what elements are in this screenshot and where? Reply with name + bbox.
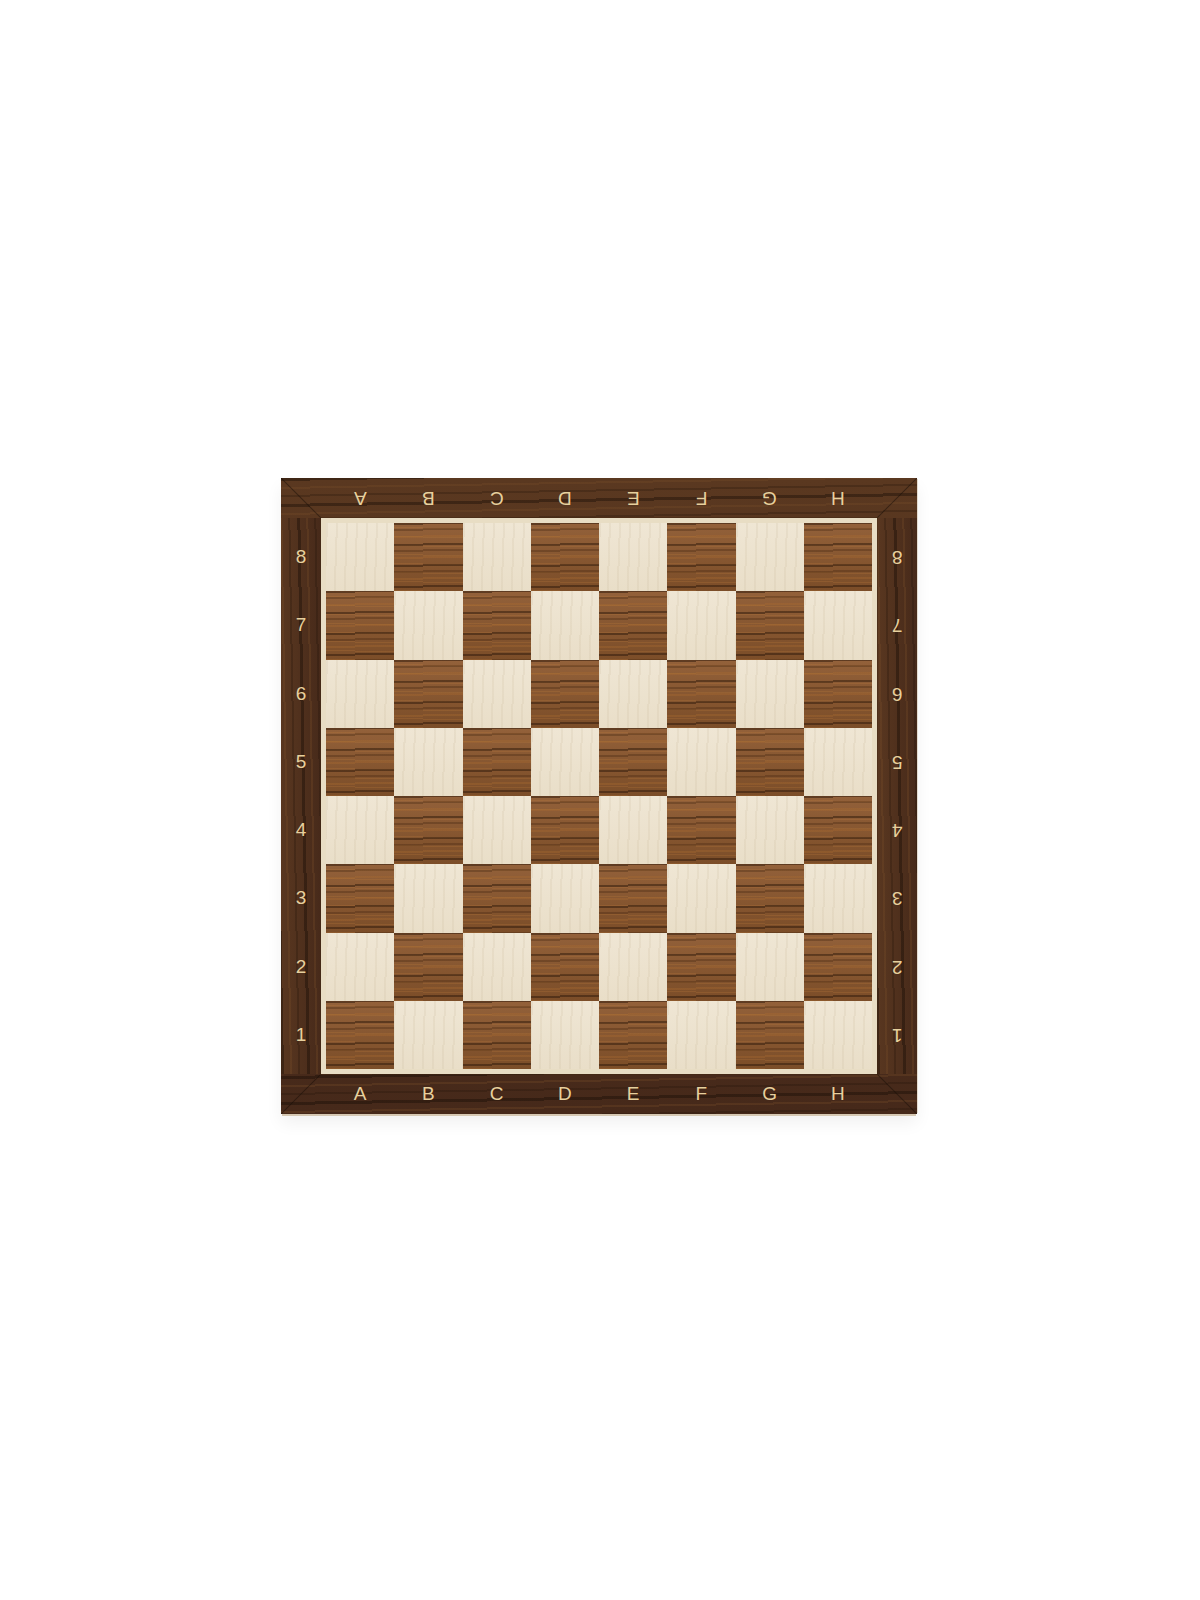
square-d7[interactable] <box>531 591 599 659</box>
frame-mitre-bottom-left <box>281 1072 323 1114</box>
square-g5[interactable] <box>736 728 804 796</box>
file-label-top-b-cell: B <box>394 478 462 518</box>
rank-label-right-5-cell: 5 <box>877 728 917 796</box>
square-c5[interactable] <box>463 728 531 796</box>
rank-label-right-3: 3 <box>892 887 903 909</box>
file-label-bottom-c-cell: C <box>463 1074 531 1114</box>
square-f2[interactable] <box>667 933 735 1001</box>
square-g8[interactable] <box>736 523 804 591</box>
square-h2[interactable] <box>804 933 872 1001</box>
square-g6[interactable] <box>736 660 804 728</box>
square-a1[interactable] <box>326 1001 394 1069</box>
square-a2[interactable] <box>326 933 394 1001</box>
file-label-top-g: G <box>762 487 777 509</box>
square-e1[interactable] <box>599 1001 667 1069</box>
square-a8[interactable] <box>326 523 394 591</box>
file-label-top-c: C <box>490 487 504 509</box>
square-b2[interactable] <box>394 933 462 1001</box>
square-f4[interactable] <box>667 796 735 864</box>
rank-label-right-2: 2 <box>892 956 903 978</box>
file-label-top-a: A <box>354 487 367 509</box>
file-label-top-h-cell: H <box>804 478 872 518</box>
square-d5[interactable] <box>531 728 599 796</box>
file-label-bottom-a: A <box>354 1083 367 1105</box>
rank-label-left-1-cell: 1 <box>281 1001 321 1069</box>
rank-label-left-5: 5 <box>296 751 307 773</box>
square-e7[interactable] <box>599 591 667 659</box>
rank-label-left-6-cell: 6 <box>281 660 321 728</box>
file-label-top-h: H <box>831 487 845 509</box>
rank-label-left-5-cell: 5 <box>281 728 321 796</box>
rank-label-right-8-cell: 8 <box>877 523 917 591</box>
square-e5[interactable] <box>599 728 667 796</box>
file-label-bottom-d-cell: D <box>531 1074 599 1114</box>
rank-labels-right: 87654321 <box>877 523 917 1069</box>
square-g4[interactable] <box>736 796 804 864</box>
file-label-bottom-c: C <box>490 1083 504 1105</box>
square-d4[interactable] <box>531 796 599 864</box>
rank-label-right-4: 4 <box>892 819 903 841</box>
square-e2[interactable] <box>599 933 667 1001</box>
square-f6[interactable] <box>667 660 735 728</box>
square-a5[interactable] <box>326 728 394 796</box>
rank-label-left-8-cell: 8 <box>281 523 321 591</box>
rank-label-right-8: 8 <box>892 546 903 568</box>
square-b4[interactable] <box>394 796 462 864</box>
square-b3[interactable] <box>394 864 462 932</box>
square-a4[interactable] <box>326 796 394 864</box>
square-c3[interactable] <box>463 864 531 932</box>
square-e8[interactable] <box>599 523 667 591</box>
file-label-bottom-d: D <box>558 1083 572 1105</box>
rank-label-right-7-cell: 7 <box>877 591 917 659</box>
file-label-bottom-h: H <box>831 1083 845 1105</box>
rank-label-right-6: 6 <box>892 683 903 705</box>
file-label-bottom-b-cell: B <box>394 1074 462 1114</box>
file-label-top-d-cell: D <box>531 478 599 518</box>
file-label-bottom-b: B <box>422 1083 435 1105</box>
square-c1[interactable] <box>463 1001 531 1069</box>
square-h7[interactable] <box>804 591 872 659</box>
square-c6[interactable] <box>463 660 531 728</box>
rank-label-left-6: 6 <box>296 683 307 705</box>
square-h4[interactable] <box>804 796 872 864</box>
file-label-bottom-f-cell: F <box>667 1074 735 1114</box>
file-label-top-e-cell: E <box>599 478 667 518</box>
file-label-bottom-e-cell: E <box>599 1074 667 1114</box>
file-label-bottom-g-cell: G <box>736 1074 804 1114</box>
square-b5[interactable] <box>394 728 462 796</box>
square-g2[interactable] <box>736 933 804 1001</box>
square-f5[interactable] <box>667 728 735 796</box>
chess-board: ABCDEFGH ABCDEFGH 87654321 87654321 <box>281 478 917 1114</box>
file-label-bottom-g: G <box>762 1083 777 1105</box>
file-label-bottom-h-cell: H <box>804 1074 872 1114</box>
square-h8[interactable] <box>804 523 872 591</box>
square-f3[interactable] <box>667 864 735 932</box>
square-g1[interactable] <box>736 1001 804 1069</box>
rank-label-left-7-cell: 7 <box>281 591 321 659</box>
rank-label-right-4-cell: 4 <box>877 796 917 864</box>
rank-label-right-5: 5 <box>892 751 903 773</box>
square-d1[interactable] <box>531 1001 599 1069</box>
playing-area <box>321 518 877 1074</box>
square-c4[interactable] <box>463 796 531 864</box>
rank-label-right-6-cell: 6 <box>877 660 917 728</box>
square-h3[interactable] <box>804 864 872 932</box>
file-label-bottom-f: F <box>696 1083 708 1105</box>
square-g7[interactable] <box>736 591 804 659</box>
square-f7[interactable] <box>667 591 735 659</box>
square-a6[interactable] <box>326 660 394 728</box>
frame-mitre-top-right <box>875 478 917 520</box>
file-label-top-f-cell: F <box>667 478 735 518</box>
square-d6[interactable] <box>531 660 599 728</box>
file-label-top-a-cell: A <box>326 478 394 518</box>
frame-mitre-top-left <box>281 478 323 520</box>
square-e4[interactable] <box>599 796 667 864</box>
square-h5[interactable] <box>804 728 872 796</box>
rank-label-left-3-cell: 3 <box>281 864 321 932</box>
file-labels-bottom: ABCDEFGH <box>326 1074 872 1114</box>
rank-label-left-2: 2 <box>296 956 307 978</box>
file-label-bottom-e: E <box>627 1083 640 1105</box>
file-label-top-c-cell: C <box>463 478 531 518</box>
file-label-top-b: B <box>422 487 435 509</box>
square-b8[interactable] <box>394 523 462 591</box>
file-label-top-g-cell: G <box>736 478 804 518</box>
square-g3[interactable] <box>736 864 804 932</box>
rank-label-left-2-cell: 2 <box>281 933 321 1001</box>
square-f1[interactable] <box>667 1001 735 1069</box>
rank-label-right-2-cell: 2 <box>877 933 917 1001</box>
square-c2[interactable] <box>463 933 531 1001</box>
rank-label-left-3: 3 <box>296 887 307 909</box>
rank-labels-left: 87654321 <box>281 523 321 1069</box>
file-label-top-d: D <box>558 487 572 509</box>
file-label-top-e: E <box>627 487 640 509</box>
square-b1[interactable] <box>394 1001 462 1069</box>
square-d8[interactable] <box>531 523 599 591</box>
rank-label-right-3-cell: 3 <box>877 864 917 932</box>
rank-label-left-4: 4 <box>296 819 307 841</box>
square-c8[interactable] <box>463 523 531 591</box>
rank-label-left-8: 8 <box>296 546 307 568</box>
square-h6[interactable] <box>804 660 872 728</box>
square-d2[interactable] <box>531 933 599 1001</box>
square-e3[interactable] <box>599 864 667 932</box>
rank-label-left-7: 7 <box>296 614 307 636</box>
square-a3[interactable] <box>326 864 394 932</box>
square-h1[interactable] <box>804 1001 872 1069</box>
rank-label-right-1-cell: 1 <box>877 1001 917 1069</box>
rank-label-right-7: 7 <box>892 614 903 636</box>
rank-label-left-4-cell: 4 <box>281 796 321 864</box>
rank-label-right-1: 1 <box>892 1024 903 1046</box>
square-b7[interactable] <box>394 591 462 659</box>
frame-mitre-bottom-right <box>875 1072 917 1114</box>
square-e6[interactable] <box>599 660 667 728</box>
file-label-top-f: F <box>696 487 708 509</box>
square-f8[interactable] <box>667 523 735 591</box>
rank-label-left-1: 1 <box>296 1024 307 1046</box>
square-a7[interactable] <box>326 591 394 659</box>
square-c7[interactable] <box>463 591 531 659</box>
file-label-bottom-a-cell: A <box>326 1074 394 1114</box>
square-b6[interactable] <box>394 660 462 728</box>
square-d3[interactable] <box>531 864 599 932</box>
file-labels-top: ABCDEFGH <box>326 478 872 518</box>
